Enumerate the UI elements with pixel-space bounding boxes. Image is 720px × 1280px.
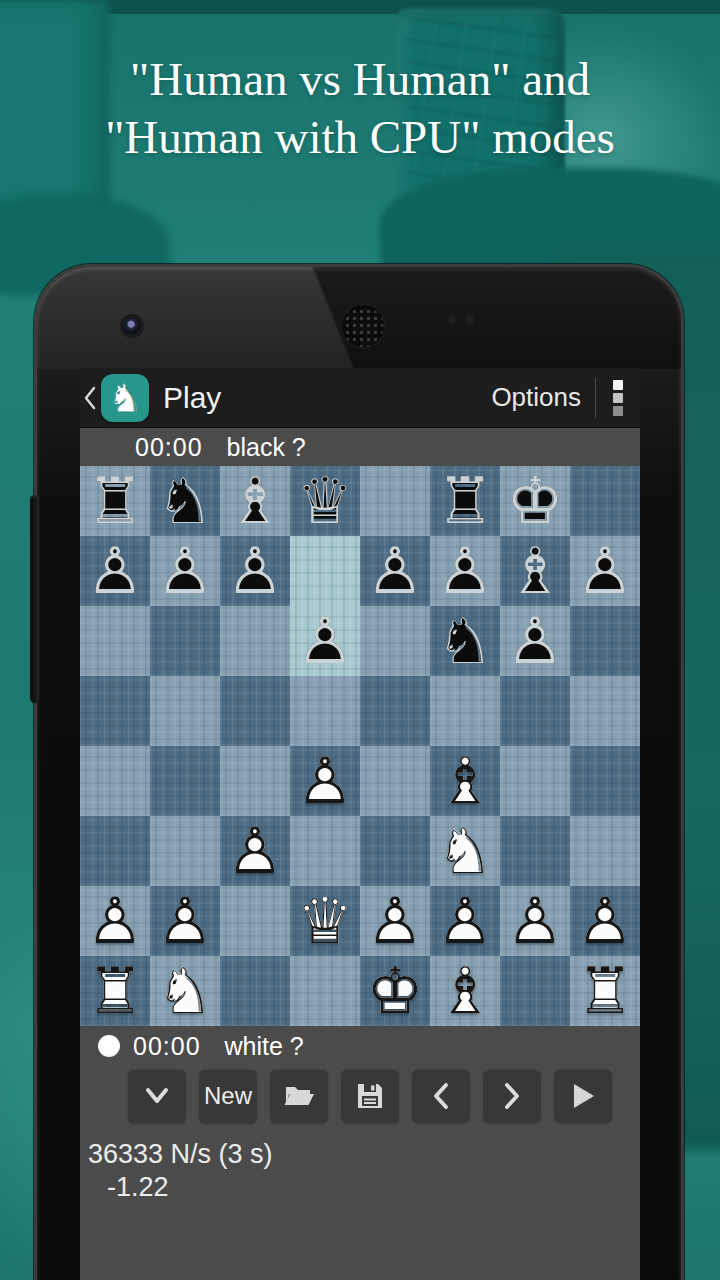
proximity-sensor xyxy=(447,315,456,324)
piece-white-rook-a1: ♜ xyxy=(80,956,150,1026)
square-g1[interactable] xyxy=(500,956,570,1026)
piece-detail-overlay: ♔ xyxy=(500,466,570,536)
square-g6[interactable]: ♟♙ xyxy=(500,606,570,676)
square-a5[interactable] xyxy=(80,676,150,746)
piece-detail-overlay: ♙ xyxy=(430,886,500,956)
collapse-button[interactable] xyxy=(128,1069,186,1123)
square-e4[interactable] xyxy=(360,746,430,816)
square-b7[interactable]: ♟♙ xyxy=(150,536,220,606)
square-b4[interactable] xyxy=(150,746,220,816)
engine-info: 36333 N/s (3 s) -1.22 xyxy=(80,1138,640,1204)
square-h1[interactable]: ♜♖ xyxy=(570,956,640,1026)
square-h4[interactable] xyxy=(570,746,640,816)
square-e6[interactable] xyxy=(360,606,430,676)
square-e2[interactable]: ♟♙ xyxy=(360,886,430,956)
square-a4[interactable] xyxy=(80,746,150,816)
square-g2[interactable]: ♟♙ xyxy=(500,886,570,956)
square-f8[interactable]: ♜♖ xyxy=(430,466,500,536)
square-g8[interactable]: ♚♔ xyxy=(500,466,570,536)
square-h8[interactable] xyxy=(570,466,640,536)
piece-detail-overlay: ♙ xyxy=(570,886,640,956)
promo-headline-line1: "Human vs Human" and xyxy=(0,50,720,108)
square-b8[interactable]: ♞♘ xyxy=(150,466,220,536)
piece-black-pawn-c7: ♟ xyxy=(220,536,290,606)
knight-app-icon: ♞ ♘ xyxy=(101,374,149,422)
back-chevron-icon xyxy=(83,385,97,411)
front-camera xyxy=(123,317,141,335)
square-f3[interactable]: ♞♘ xyxy=(430,816,500,886)
square-d3[interactable] xyxy=(290,816,360,886)
square-b1[interactable]: ♞♘ xyxy=(150,956,220,1026)
piece-detail-overlay: ♙ xyxy=(150,536,220,606)
white-turn-indicator xyxy=(98,1035,120,1057)
square-h2[interactable]: ♟♙ xyxy=(570,886,640,956)
piece-white-rook-h1: ♜ xyxy=(570,956,640,1026)
piece-black-queen-d8: ♛ xyxy=(290,466,360,536)
chevron-right-icon xyxy=(502,1081,522,1111)
piece-detail-overlay: ♗ xyxy=(220,466,290,536)
piece-detail-overlay: ♖ xyxy=(570,956,640,1026)
piece-black-knight-b8: ♞ xyxy=(150,466,220,536)
square-f5[interactable] xyxy=(430,676,500,746)
piece-white-queen-d2: ♛ xyxy=(290,886,360,956)
piece-detail-overlay: ♙ xyxy=(500,886,570,956)
options-button[interactable]: Options xyxy=(491,382,581,413)
piece-detail-overlay: ♙ xyxy=(570,536,640,606)
piece-detail-overlay: ♙ xyxy=(80,536,150,606)
piece-detail-overlay: ♖ xyxy=(80,956,150,1026)
earpiece-speaker xyxy=(342,305,384,347)
engine-play-button[interactable] xyxy=(554,1069,612,1123)
square-b3[interactable] xyxy=(150,816,220,886)
square-c4[interactable] xyxy=(220,746,290,816)
square-c1[interactable] xyxy=(220,956,290,1026)
chess-board: ♜♖♞♘♝♗♛♕♜♖♚♔♟♙♟♙♟♙♟♙♟♙♝♗♟♙♟♙♞♘♟♙♟♙♝♗♟♙♞♘… xyxy=(80,466,640,1026)
square-d5[interactable] xyxy=(290,676,360,746)
piece-detail-overlay: ♘ xyxy=(150,466,220,536)
white-player-label: white ? xyxy=(225,1032,304,1061)
piece-black-pawn-h7: ♟ xyxy=(570,536,640,606)
square-c2[interactable] xyxy=(220,886,290,956)
square-a1[interactable]: ♜♖ xyxy=(80,956,150,1026)
piece-black-king-g8: ♚ xyxy=(500,466,570,536)
square-a6[interactable] xyxy=(80,606,150,676)
square-c7[interactable]: ♟♙ xyxy=(220,536,290,606)
piece-detail-overlay: ♖ xyxy=(80,466,150,536)
square-d8[interactable]: ♛♕ xyxy=(290,466,360,536)
chevron-left-icon xyxy=(431,1081,451,1111)
piece-white-pawn-d4: ♟ xyxy=(290,746,360,816)
game-toolbar: New xyxy=(80,1066,640,1126)
piece-white-king-e1: ♚ xyxy=(360,956,430,1026)
engine-nps: 36333 N/s (3 s) xyxy=(80,1138,640,1171)
piece-white-knight-f3: ♞ xyxy=(430,816,500,886)
black-clock-time: 00:00 xyxy=(135,433,203,462)
square-d4[interactable]: ♟♙ xyxy=(290,746,360,816)
piece-detail-overlay: ♗ xyxy=(500,536,570,606)
square-a7[interactable]: ♟♙ xyxy=(80,536,150,606)
piece-white-pawn-a2: ♟ xyxy=(80,886,150,956)
piece-black-rook-f8: ♜ xyxy=(430,466,500,536)
piece-black-pawn-d6: ♟ xyxy=(290,606,360,676)
piece-detail-overlay: ♘ xyxy=(430,606,500,676)
square-b6[interactable] xyxy=(150,606,220,676)
floppy-disk-icon xyxy=(356,1082,384,1110)
chevron-down-icon xyxy=(142,1085,172,1107)
piece-detail-overlay: ♙ xyxy=(220,816,290,886)
square-c8[interactable]: ♝♗ xyxy=(220,466,290,536)
piece-detail-overlay: ♗ xyxy=(430,956,500,1026)
app-screen: ♞ ♘ Play Options 00:00 black ? ♜♖♞♘♝♗♛♕♜… xyxy=(80,368,640,1280)
piece-black-bishop-c8: ♝ xyxy=(220,466,290,536)
piece-white-pawn-g2: ♟ xyxy=(500,886,570,956)
white-clock-time: 00:00 xyxy=(133,1032,201,1061)
square-g4[interactable] xyxy=(500,746,570,816)
square-f1[interactable]: ♝♗ xyxy=(430,956,500,1026)
square-e7[interactable]: ♟♙ xyxy=(360,536,430,606)
square-a3[interactable] xyxy=(80,816,150,886)
piece-detail-overlay: ♙ xyxy=(360,886,430,956)
piece-black-bishop-g7: ♝ xyxy=(500,536,570,606)
promo-headline-line2: "Human with CPU" modes xyxy=(0,108,720,166)
move-forward-button[interactable] xyxy=(483,1069,541,1123)
piece-detail-overlay: ♙ xyxy=(500,606,570,676)
engine-eval: -1.22 xyxy=(80,1171,640,1204)
play-icon xyxy=(570,1082,596,1110)
app-bar: ♞ ♘ Play Options xyxy=(80,368,640,428)
piece-white-knight-b1: ♞ xyxy=(150,956,220,1026)
square-h7[interactable]: ♟♙ xyxy=(570,536,640,606)
piece-black-knight-f6: ♞ xyxy=(430,606,500,676)
square-a8[interactable]: ♜♖ xyxy=(80,466,150,536)
square-g3[interactable] xyxy=(500,816,570,886)
white-clock-row: 00:00 white ? xyxy=(80,1026,640,1066)
square-d6[interactable]: ♟♙ xyxy=(290,606,360,676)
phone-mockup: ♞ ♘ Play Options 00:00 black ? ♜♖♞♘♝♗♛♕♜… xyxy=(34,264,684,1280)
piece-detail-overlay: ♘ xyxy=(150,956,220,1026)
piece-black-pawn-g6: ♟ xyxy=(500,606,570,676)
piece-white-bishop-f1: ♝ xyxy=(430,956,500,1026)
piece-white-bishop-f4: ♝ xyxy=(430,746,500,816)
promo-headline: "Human vs Human" and "Human with CPU" mo… xyxy=(0,50,720,166)
piece-black-pawn-e7: ♟ xyxy=(360,536,430,606)
piece-detail-overlay: ♔ xyxy=(360,956,430,1026)
square-d7[interactable] xyxy=(290,536,360,606)
black-player-label: black ? xyxy=(227,433,306,462)
folder-open-icon xyxy=(283,1083,315,1109)
open-game-button[interactable] xyxy=(270,1069,328,1123)
square-e8[interactable] xyxy=(360,466,430,536)
piece-white-pawn-c3: ♟ xyxy=(220,816,290,886)
move-back-button[interactable] xyxy=(412,1069,470,1123)
piece-detail-overlay: ♖ xyxy=(430,466,500,536)
square-c5[interactable] xyxy=(220,676,290,746)
square-e5[interactable] xyxy=(360,676,430,746)
square-b5[interactable] xyxy=(150,676,220,746)
piece-detail-overlay: ♙ xyxy=(290,746,360,816)
square-f6[interactable]: ♞♘ xyxy=(430,606,500,676)
square-f2[interactable]: ♟♙ xyxy=(430,886,500,956)
square-a2[interactable]: ♟♙ xyxy=(80,886,150,956)
piece-black-pawn-f7: ♟ xyxy=(430,536,500,606)
square-d2[interactable]: ♛♕ xyxy=(290,886,360,956)
piece-black-pawn-a7: ♟ xyxy=(80,536,150,606)
piece-white-pawn-f2: ♟ xyxy=(430,886,500,956)
piece-detail-overlay: ♙ xyxy=(360,536,430,606)
piece-white-pawn-e2: ♟ xyxy=(360,886,430,956)
piece-detail-overlay: ♙ xyxy=(220,536,290,606)
square-e3[interactable] xyxy=(360,816,430,886)
square-f7[interactable]: ♟♙ xyxy=(430,536,500,606)
piece-detail-overlay: ♕ xyxy=(290,886,360,956)
back-button[interactable] xyxy=(81,368,99,428)
square-d1[interactable] xyxy=(290,956,360,1026)
square-c3[interactable]: ♟♙ xyxy=(220,816,290,886)
square-b2[interactable]: ♟♙ xyxy=(150,886,220,956)
square-c6[interactable] xyxy=(220,606,290,676)
piece-black-pawn-b7: ♟ xyxy=(150,536,220,606)
square-g7[interactable]: ♝♗ xyxy=(500,536,570,606)
square-h6[interactable] xyxy=(570,606,640,676)
piece-white-pawn-h2: ♟ xyxy=(570,886,640,956)
square-h5[interactable] xyxy=(570,676,640,746)
light-sensor xyxy=(465,315,474,324)
kebab-menu-icon xyxy=(613,380,623,390)
volume-rocker[interactable] xyxy=(30,495,39,703)
piece-detail-overlay: ♗ xyxy=(430,746,500,816)
piece-detail-overlay: ♕ xyxy=(290,466,360,536)
square-e1[interactable]: ♚♔ xyxy=(360,956,430,1026)
square-f4[interactable]: ♝♗ xyxy=(430,746,500,816)
piece-detail-overlay: ♙ xyxy=(430,536,500,606)
save-game-button[interactable] xyxy=(341,1069,399,1123)
piece-detail-overlay: ♙ xyxy=(290,606,360,676)
piece-white-pawn-b2: ♟ xyxy=(150,886,220,956)
piece-detail-overlay: ♘ xyxy=(430,816,500,886)
overflow-menu-button[interactable] xyxy=(596,368,640,428)
new-game-button[interactable]: New xyxy=(199,1069,257,1123)
square-h3[interactable] xyxy=(570,816,640,886)
square-g5[interactable] xyxy=(500,676,570,746)
black-clock-row: 00:00 black ? xyxy=(80,428,640,466)
piece-detail-overlay: ♙ xyxy=(150,886,220,956)
piece-black-rook-a8: ♜ xyxy=(80,466,150,536)
page-title: Play xyxy=(163,381,491,415)
piece-detail-overlay: ♙ xyxy=(80,886,150,956)
new-game-label: New xyxy=(204,1082,252,1110)
